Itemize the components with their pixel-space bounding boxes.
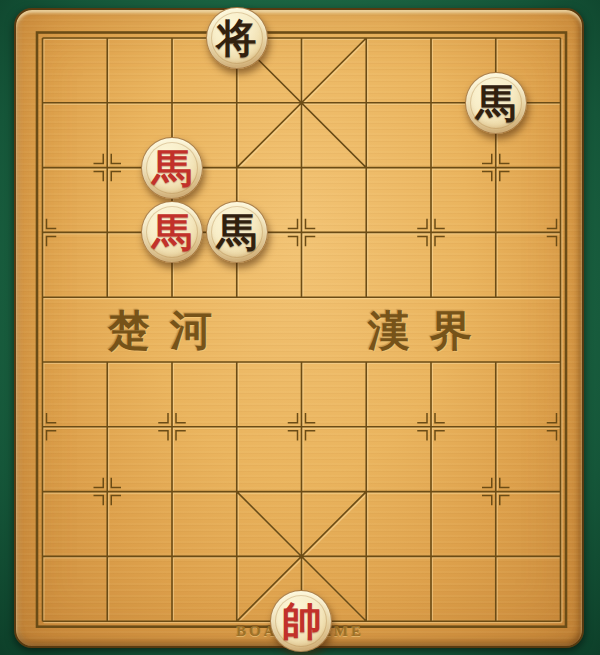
piece-black-horse[interactable]: 馬 bbox=[206, 201, 268, 263]
piece-red-horse[interactable]: 馬 bbox=[141, 137, 203, 199]
piece-black-general[interactable]: 将 bbox=[206, 7, 268, 69]
table-background: 楚河 漢界 BOARDGAME 将馬馬馬馬帥 bbox=[0, 0, 600, 655]
piece-glyph: 将 bbox=[207, 8, 267, 68]
piece-red-general[interactable]: 帥 bbox=[270, 590, 332, 652]
piece-glyph: 馬 bbox=[207, 202, 267, 262]
piece-glyph: 馬 bbox=[142, 202, 202, 262]
piece-red-horse[interactable]: 馬 bbox=[141, 201, 203, 263]
piece-black-horse[interactable]: 馬 bbox=[465, 72, 527, 134]
piece-glyph: 馬 bbox=[466, 73, 526, 133]
piece-glyph: 帥 bbox=[271, 591, 331, 651]
piece-glyph: 馬 bbox=[142, 138, 202, 198]
pieces-layer: 将馬馬馬馬帥 bbox=[10, 6, 593, 654]
